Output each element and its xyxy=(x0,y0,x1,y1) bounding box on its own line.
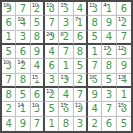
cell-digit: 2 xyxy=(63,32,69,42)
cell-r4c3[interactable]: 9 xyxy=(31,45,45,59)
cell-r2c3[interactable]: 5 xyxy=(31,16,45,30)
cage-sum-label: 15 xyxy=(32,74,38,80)
cell-digit: 1 xyxy=(63,61,69,71)
cell-digit: 7 xyxy=(121,32,127,42)
cage-sum-label: 4 xyxy=(103,2,106,8)
cell-r2c9[interactable]: 172 xyxy=(117,16,131,30)
cell-r5c8[interactable]: 8 xyxy=(102,59,116,73)
cage-sum-label: 15 xyxy=(60,102,66,108)
cell-r9c2[interactable]: 9 xyxy=(16,117,30,131)
cell-r5c6[interactable]: 5 xyxy=(74,59,88,73)
cell-r9c6[interactable]: 3 xyxy=(74,117,88,131)
cell-r1c9[interactable]: 6 xyxy=(117,2,131,16)
cage-sum-label: 7 xyxy=(75,16,78,22)
cell-digit: 5 xyxy=(34,18,40,28)
cell-digit: 7 xyxy=(77,90,83,100)
cell-digit: 6 xyxy=(48,61,54,71)
cage-sum-label: 14 xyxy=(17,102,23,108)
cage-sum-label: 13 xyxy=(60,74,66,80)
cell-r9c8[interactable]: 6 xyxy=(102,117,116,131)
cage-sum-label: 15 xyxy=(60,2,66,8)
cell-r9c5[interactable]: 8 xyxy=(59,117,73,131)
cell-r4c5[interactable]: 7 xyxy=(59,45,73,59)
cell-digit: 7 xyxy=(63,47,69,57)
cell-digit: 3 xyxy=(106,90,112,100)
cell-r4c2[interactable]: 6 xyxy=(16,45,30,59)
cell-r7c2[interactable]: 5 xyxy=(16,88,30,102)
cell-digit: 9 xyxy=(34,47,40,57)
cell-r8c3[interactable]: 103 xyxy=(31,102,45,116)
cage-sum-label: 12 xyxy=(75,102,81,108)
cell-r8c1[interactable]: 2 xyxy=(2,102,16,116)
cell-digit: 1 xyxy=(121,90,127,100)
cell-digit: 2 xyxy=(5,104,11,114)
cell-r8c4[interactable]: 5 xyxy=(45,102,59,116)
cell-digit: 6 xyxy=(77,32,83,42)
cage-sum-label: 8 xyxy=(60,31,63,37)
cell-digit: 7 xyxy=(5,75,11,85)
cell-r5c9[interactable]: 9 xyxy=(117,59,131,73)
cell-r7c5[interactable]: 4 xyxy=(59,88,73,102)
cell-r4c4[interactable]: 4 xyxy=(45,45,59,59)
cell-r5c3[interactable]: 4 xyxy=(31,59,45,73)
cell-digit: 1 xyxy=(91,47,97,57)
cell-digit: 3 xyxy=(77,119,83,129)
cell-r8c7[interactable]: 4 xyxy=(88,102,102,116)
cell-digit: 4 xyxy=(34,61,40,71)
cell-digit: 8 xyxy=(91,18,97,28)
cell-r2c2[interactable]: 104 xyxy=(16,16,30,30)
cell-r8c5[interactable]: 156 xyxy=(59,102,73,116)
cell-r8c6[interactable]: 129 xyxy=(74,102,88,116)
cell-r7c1[interactable]: 8 xyxy=(2,88,16,102)
cell-r1c7[interactable]: 113 xyxy=(88,2,102,16)
cell-r4c1[interactable]: 5 xyxy=(2,45,16,59)
cell-r2c5[interactable]: 3 xyxy=(59,16,73,30)
cell-r3c7[interactable]: 5 xyxy=(88,31,102,45)
cell-r9c4[interactable]: 1 xyxy=(45,117,59,131)
cell-digit: 1 xyxy=(48,119,54,129)
cell-digit: 4 xyxy=(5,119,11,129)
cell-r5c2[interactable]: 142 xyxy=(16,59,30,73)
cell-digit: 9 xyxy=(20,119,26,129)
cell-r9c7[interactable]: 2 xyxy=(88,117,102,131)
cell-digit: 2 xyxy=(77,75,83,85)
cell-r7c9[interactable]: 1 xyxy=(117,88,131,102)
cell-r2c8[interactable]: 9 xyxy=(102,16,116,30)
cell-digit: 1 xyxy=(106,4,112,14)
cell-digit: 8 xyxy=(77,47,83,57)
cell-r2c1[interactable]: 6 xyxy=(2,16,16,30)
cell-r3c4[interactable]: 249 xyxy=(45,31,59,45)
cell-r6c8[interactable]: 5 xyxy=(102,74,116,88)
cell-digit: 5 xyxy=(91,32,97,42)
cell-digit: 7 xyxy=(48,18,54,28)
cell-r4c9[interactable]: 123 xyxy=(117,45,131,59)
cell-r6c2[interactable]: 8 xyxy=(16,74,30,88)
cell-r6c9[interactable]: 134 xyxy=(117,74,131,88)
cell-r8c9[interactable]: 158 xyxy=(117,102,131,116)
cell-r5c5[interactable]: 1 xyxy=(59,59,73,73)
cell-digit: 5 xyxy=(5,47,11,57)
cell-r5c1[interactable]: 103 xyxy=(2,59,16,73)
cell-r1c1[interactable]: 169 xyxy=(2,2,16,16)
cage-sum-label: 11 xyxy=(89,2,95,8)
cage-sum-label: 15 xyxy=(118,102,124,108)
cell-digit: 9 xyxy=(121,61,127,71)
cell-r4c6[interactable]: 8 xyxy=(74,45,88,59)
cell-r1c6[interactable]: 4 xyxy=(74,2,88,16)
cell-r3c1[interactable]: 1 xyxy=(2,31,16,45)
cell-r1c2[interactable]: 7 xyxy=(16,2,30,16)
cage-sum-label: 24 xyxy=(46,31,52,37)
cell-r3c5[interactable]: 82 xyxy=(59,31,73,45)
cell-r6c4[interactable]: 3 xyxy=(45,74,59,88)
cell-digit: 2 xyxy=(91,119,97,129)
cell-digit: 6 xyxy=(20,47,26,57)
cell-digit: 8 xyxy=(106,61,112,71)
sudoku-board: 1697102118155411341661045737189172138249… xyxy=(0,0,133,133)
cell-r3c8[interactable]: 4 xyxy=(102,31,116,45)
cell-r7c4[interactable]: 132 xyxy=(45,88,59,102)
cell-r7c3[interactable]: 6 xyxy=(31,88,45,102)
cage-sum-label: 17 xyxy=(118,16,124,22)
cell-digit: 8 xyxy=(34,32,40,42)
cell-digit: 6 xyxy=(5,18,11,28)
cell-r8c8[interactable]: 7 xyxy=(102,102,116,116)
cell-r9c9[interactable]: 5 xyxy=(117,117,131,131)
cell-digit: 8 xyxy=(5,90,11,100)
cage-sum-label: 12 xyxy=(118,45,124,51)
cell-digit: 7 xyxy=(34,119,40,129)
cell-digit: 7 xyxy=(91,61,97,71)
cage-sum-label: 17 xyxy=(103,45,109,51)
cell-r2c6[interactable]: 71 xyxy=(74,16,88,30)
cell-r2c4[interactable]: 7 xyxy=(45,16,59,30)
cage-sum-label: 14 xyxy=(17,59,23,65)
cell-r6c3[interactable]: 151 xyxy=(31,74,45,88)
cell-r1c3[interactable]: 102 xyxy=(31,2,45,16)
cell-digit: 7 xyxy=(20,4,26,14)
cell-digit: 3 xyxy=(20,32,26,42)
cage-sum-label: 10 xyxy=(17,16,23,22)
cell-r6c6[interactable]: 2 xyxy=(74,74,88,88)
cage-sum-label: 11 xyxy=(46,2,52,8)
cell-r4c7[interactable]: 1 xyxy=(88,45,102,59)
cage-sum-label: 16 xyxy=(3,2,9,8)
cell-r3c9[interactable]: 7 xyxy=(117,31,131,45)
cell-digit: 7 xyxy=(106,104,112,114)
cell-digit: 4 xyxy=(106,32,112,42)
cell-digit: 5 xyxy=(106,75,112,85)
cell-digit: 8 xyxy=(63,119,69,129)
cage-sum-label: 13 xyxy=(118,74,124,80)
cell-r5c7[interactable]: 7 xyxy=(88,59,102,73)
cell-r5c4[interactable]: 6 xyxy=(45,59,59,73)
cell-r7c6[interactable]: 7 xyxy=(74,88,88,102)
cell-digit: 5 xyxy=(121,119,127,129)
cell-r9c3[interactable]: 7 xyxy=(31,117,45,131)
cell-digit: 5 xyxy=(77,61,83,71)
cell-r6c5[interactable]: 139 xyxy=(59,74,73,88)
cell-r3c3[interactable]: 8 xyxy=(31,31,45,45)
cell-digit: 5 xyxy=(48,104,54,114)
cell-digit: 4 xyxy=(91,104,97,114)
cell-r9c1[interactable]: 4 xyxy=(2,117,16,131)
cell-digit: 4 xyxy=(77,4,83,14)
cell-r7c7[interactable]: 9 xyxy=(88,88,102,102)
cage-sum-label: 13 xyxy=(46,88,52,94)
cell-digit: 9 xyxy=(91,90,97,100)
cell-digit: 4 xyxy=(48,47,54,57)
cell-r2c7[interactable]: 8 xyxy=(88,16,102,30)
cell-r7c8[interactable]: 3 xyxy=(102,88,116,102)
cell-digit: 8 xyxy=(20,75,26,85)
cell-r3c6[interactable]: 6 xyxy=(74,31,88,45)
cage-sum-label: 16 xyxy=(89,74,95,80)
cage-sum-label: 10 xyxy=(32,2,38,8)
cell-digit: 6 xyxy=(34,90,40,100)
cell-r1c8[interactable]: 41 xyxy=(102,2,116,16)
cage-sum-label: 10 xyxy=(3,59,9,65)
cell-r1c4[interactable]: 118 xyxy=(45,2,59,16)
cell-r4c8[interactable]: 172 xyxy=(102,45,116,59)
cell-digit: 1 xyxy=(5,32,11,42)
cell-digit: 9 xyxy=(106,18,112,28)
cell-r6c1[interactable]: 7 xyxy=(2,74,16,88)
cell-digit: 6 xyxy=(121,4,127,14)
cell-digit: 5 xyxy=(20,90,26,100)
cell-digit: 3 xyxy=(63,18,69,28)
cell-r8c2[interactable]: 141 xyxy=(16,102,30,116)
cage-sum-label: 10 xyxy=(32,102,38,108)
cell-digit: 4 xyxy=(63,90,69,100)
cell-digit: 6 xyxy=(106,119,112,129)
cell-r6c7[interactable]: 166 xyxy=(88,74,102,88)
cell-digit: 3 xyxy=(48,75,54,85)
cell-r1c5[interactable]: 155 xyxy=(59,2,73,16)
cell-r3c2[interactable]: 3 xyxy=(16,31,30,45)
